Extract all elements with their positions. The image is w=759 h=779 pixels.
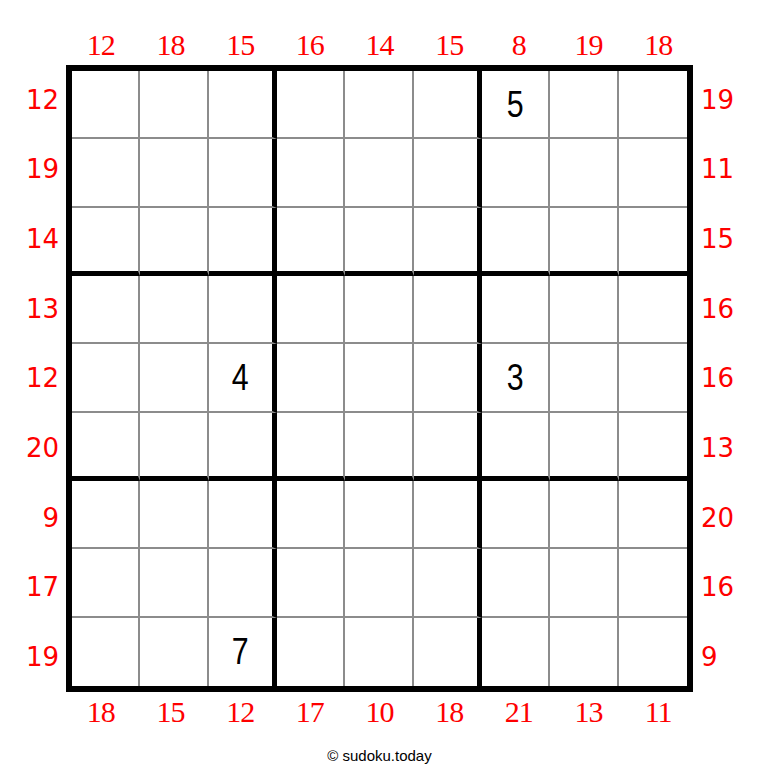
cell-r7c4[interactable] bbox=[277, 481, 345, 549]
cell-r2c1[interactable] bbox=[72, 139, 140, 207]
cell-r2c3[interactable] bbox=[209, 139, 277, 207]
sum-label-top-7: 8 bbox=[484, 30, 554, 60]
sum-label-bottom-8: 13 bbox=[554, 697, 624, 727]
cell-r5c2[interactable] bbox=[140, 344, 208, 412]
sum-label-left-9: 19 bbox=[0, 622, 62, 692]
given-digit: 3 bbox=[507, 359, 524, 396]
sum-label-bottom-4: 17 bbox=[275, 697, 345, 727]
cell-r7c9[interactable] bbox=[619, 481, 687, 549]
cell-r8c4[interactable] bbox=[277, 549, 345, 617]
cell-r4c1[interactable] bbox=[72, 276, 140, 344]
cell-r4c8[interactable] bbox=[550, 276, 618, 344]
sum-frame-sudoku-page: 12181516141581918 12191413122091719 1911… bbox=[0, 0, 759, 779]
sum-label-top-3: 15 bbox=[205, 30, 275, 60]
cell-r3c9[interactable] bbox=[619, 208, 687, 276]
cell-r6c8[interactable] bbox=[550, 413, 618, 481]
cell-r2c5[interactable] bbox=[345, 139, 413, 207]
cell-r7c5[interactable] bbox=[345, 481, 413, 549]
cell-r7c7[interactable] bbox=[482, 481, 550, 549]
cell-r4c6[interactable] bbox=[414, 276, 482, 344]
cell-r3c6[interactable] bbox=[414, 208, 482, 276]
cell-r1c8[interactable] bbox=[550, 71, 618, 139]
sum-label-bottom-3: 12 bbox=[205, 697, 275, 727]
cell-r8c2[interactable] bbox=[140, 549, 208, 617]
cell-r1c7[interactable]: 5 bbox=[482, 71, 550, 139]
cell-r3c8[interactable] bbox=[550, 208, 618, 276]
copyright-footer: © sudoku.today bbox=[0, 747, 759, 764]
cell-r5c1[interactable] bbox=[72, 344, 140, 412]
cell-r8c9[interactable] bbox=[619, 549, 687, 617]
cell-r4c7[interactable] bbox=[482, 276, 550, 344]
sum-label-right-6: 13 bbox=[697, 413, 759, 483]
sum-label-bottom-5: 10 bbox=[345, 697, 415, 727]
cell-r9c6[interactable] bbox=[414, 618, 482, 686]
cell-r5c6[interactable] bbox=[414, 344, 482, 412]
sum-label-bottom-2: 15 bbox=[136, 697, 206, 727]
sum-label-bottom-7: 21 bbox=[484, 697, 554, 727]
cell-r9c8[interactable] bbox=[550, 618, 618, 686]
cell-r6c9[interactable] bbox=[619, 413, 687, 481]
sum-label-bottom-6: 18 bbox=[414, 697, 484, 727]
cell-r2c8[interactable] bbox=[550, 139, 618, 207]
cell-r8c8[interactable] bbox=[550, 549, 618, 617]
sum-label-right-2: 11 bbox=[697, 135, 759, 205]
cell-r1c2[interactable] bbox=[140, 71, 208, 139]
cell-r3c4[interactable] bbox=[277, 208, 345, 276]
cell-r4c3[interactable] bbox=[209, 276, 277, 344]
cell-r2c7[interactable] bbox=[482, 139, 550, 207]
sum-label-left-2: 19 bbox=[0, 135, 62, 205]
sum-label-top-8: 19 bbox=[554, 30, 624, 60]
sum-label-left-7: 9 bbox=[0, 483, 62, 553]
cell-r2c4[interactable] bbox=[277, 139, 345, 207]
cell-r8c6[interactable] bbox=[414, 549, 482, 617]
left-sums-column: 12191413122091719 bbox=[0, 65, 62, 692]
sum-label-bottom-9: 11 bbox=[623, 697, 693, 727]
cell-r4c4[interactable] bbox=[277, 276, 345, 344]
cell-r2c9[interactable] bbox=[619, 139, 687, 207]
right-sums-column: 19111516161320169 bbox=[697, 65, 759, 692]
sum-label-right-5: 16 bbox=[697, 344, 759, 414]
cell-r1c4[interactable] bbox=[277, 71, 345, 139]
cell-r1c1[interactable] bbox=[72, 71, 140, 139]
cell-r9c9[interactable] bbox=[619, 618, 687, 686]
sum-label-left-5: 12 bbox=[0, 344, 62, 414]
cell-r3c1[interactable] bbox=[72, 208, 140, 276]
cell-r9c7[interactable] bbox=[482, 618, 550, 686]
sum-label-left-8: 17 bbox=[0, 553, 62, 623]
cell-r9c1[interactable] bbox=[72, 618, 140, 686]
cell-r6c2[interactable] bbox=[140, 413, 208, 481]
sum-label-left-3: 14 bbox=[0, 204, 62, 274]
cell-r7c3[interactable] bbox=[209, 481, 277, 549]
cell-r6c6[interactable] bbox=[414, 413, 482, 481]
cell-r2c6[interactable] bbox=[414, 139, 482, 207]
cell-r5c8[interactable] bbox=[550, 344, 618, 412]
cell-r7c2[interactable] bbox=[140, 481, 208, 549]
cell-r8c3[interactable] bbox=[209, 549, 277, 617]
given-digit: 5 bbox=[507, 86, 524, 123]
sum-label-top-1: 12 bbox=[66, 30, 136, 60]
sum-label-left-1: 12 bbox=[0, 65, 62, 135]
sum-label-right-1: 19 bbox=[697, 65, 759, 135]
cell-r1c3[interactable] bbox=[209, 71, 277, 139]
cell-r8c7[interactable] bbox=[482, 549, 550, 617]
sum-label-top-4: 16 bbox=[275, 30, 345, 60]
cell-r1c5[interactable] bbox=[345, 71, 413, 139]
bottom-sums-row: 181512171018211311 bbox=[66, 697, 693, 733]
sum-label-right-9: 9 bbox=[697, 622, 759, 692]
sum-label-right-4: 16 bbox=[697, 274, 759, 344]
cell-r9c3[interactable]: 7 bbox=[209, 618, 277, 686]
cell-r9c2[interactable] bbox=[140, 618, 208, 686]
cell-r4c9[interactable] bbox=[619, 276, 687, 344]
cell-r5c5[interactable] bbox=[345, 344, 413, 412]
sum-label-bottom-1: 18 bbox=[66, 697, 136, 727]
cell-r5c3[interactable]: 4 bbox=[209, 344, 277, 412]
cell-r6c5[interactable] bbox=[345, 413, 413, 481]
cell-r4c2[interactable] bbox=[140, 276, 208, 344]
sum-label-right-8: 16 bbox=[697, 553, 759, 623]
cell-r5c9[interactable] bbox=[619, 344, 687, 412]
sum-label-left-6: 20 bbox=[0, 413, 62, 483]
sudoku-board: 5437 bbox=[66, 65, 693, 692]
cell-r3c3[interactable] bbox=[209, 208, 277, 276]
sum-label-top-2: 18 bbox=[136, 30, 206, 60]
given-digit: 7 bbox=[232, 633, 249, 670]
cell-r6c3[interactable] bbox=[209, 413, 277, 481]
cell-r5c4[interactable] bbox=[277, 344, 345, 412]
sum-label-left-4: 13 bbox=[0, 274, 62, 344]
sum-label-top-9: 18 bbox=[623, 30, 693, 60]
cell-r7c1[interactable] bbox=[72, 481, 140, 549]
cell-r8c1[interactable] bbox=[72, 549, 140, 617]
cell-r6c4[interactable] bbox=[277, 413, 345, 481]
cell-r1c9[interactable] bbox=[619, 71, 687, 139]
cell-r9c5[interactable] bbox=[345, 618, 413, 686]
cell-r1c6[interactable] bbox=[414, 71, 482, 139]
cell-r2c2[interactable] bbox=[140, 139, 208, 207]
cell-r3c5[interactable] bbox=[345, 208, 413, 276]
cell-r4c5[interactable] bbox=[345, 276, 413, 344]
cell-r6c7[interactable] bbox=[482, 413, 550, 481]
cell-r7c6[interactable] bbox=[414, 481, 482, 549]
top-sums-row: 12181516141581918 bbox=[66, 24, 693, 60]
cell-r8c5[interactable] bbox=[345, 549, 413, 617]
sum-label-right-3: 15 bbox=[697, 204, 759, 274]
sum-label-right-7: 20 bbox=[697, 483, 759, 553]
cell-r5c7[interactable]: 3 bbox=[482, 344, 550, 412]
cell-r9c4[interactable] bbox=[277, 618, 345, 686]
cell-r6c1[interactable] bbox=[72, 413, 140, 481]
sum-label-top-6: 15 bbox=[414, 30, 484, 60]
cell-r3c7[interactable] bbox=[482, 208, 550, 276]
cell-r3c2[interactable] bbox=[140, 208, 208, 276]
sum-label-top-5: 14 bbox=[345, 30, 415, 60]
given-digit: 4 bbox=[232, 359, 249, 396]
cell-r7c8[interactable] bbox=[550, 481, 618, 549]
